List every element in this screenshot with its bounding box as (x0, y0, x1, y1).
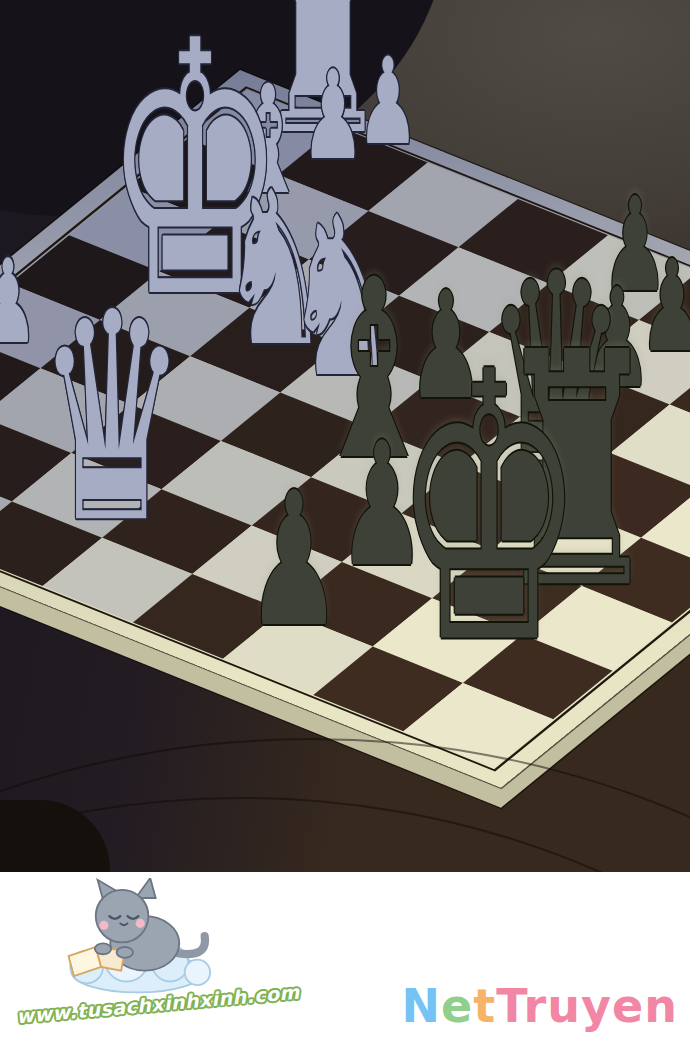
white-queen: ♛ (37, 276, 187, 564)
logo-letter: e (612, 979, 644, 1033)
logo-letter: r (524, 979, 548, 1033)
logo-letter: u (547, 979, 581, 1033)
logo-letter: y (581, 979, 612, 1033)
cat-mascot-logo (30, 878, 245, 996)
white-pawn-d1: ♟ (357, 43, 419, 163)
logo-letter: N (402, 979, 442, 1033)
black-pawn-f8: ♟ (246, 467, 342, 652)
logo-letter: T (496, 979, 523, 1033)
nettruyen-logo: NetTruyen (402, 983, 678, 1029)
logo-letter: e (441, 979, 473, 1033)
manhwa-panel: ♜♟♟♝♟♟♚♟♞♞♟♛♟♝♜♛♟♚♟ (0, 0, 690, 1037)
black-king: ♚ (393, 324, 585, 694)
white-pawn-a6: ♟ (0, 244, 38, 360)
logo-letter: t (473, 979, 496, 1033)
chess-scene: ♜♟♟♝♟♟♚♟♞♞♟♛♟♝♜♛♟♚♟ (0, 0, 690, 872)
watermark-strip: www.tusachxinhxinh.com NetTruyen (0, 872, 690, 1037)
logo-letter: n (644, 979, 678, 1033)
